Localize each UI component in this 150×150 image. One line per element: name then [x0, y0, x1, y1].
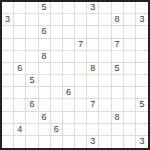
grid-cell[interactable] [2, 63, 14, 75]
grid-cell[interactable] [112, 51, 124, 63]
grid-cell[interactable] [39, 124, 51, 136]
grid-cell[interactable] [14, 75, 26, 87]
grid-cell[interactable] [26, 14, 38, 26]
grid-cell[interactable] [124, 87, 136, 99]
grid-cell[interactable] [26, 112, 38, 124]
grid-cell[interactable] [136, 63, 148, 75]
grid-cell[interactable] [99, 39, 111, 51]
grid-cell[interactable] [14, 112, 26, 124]
grid-cell[interactable] [51, 63, 63, 75]
grid-cell[interactable] [124, 112, 136, 124]
clue-cell[interactable]: 5 [112, 63, 124, 75]
clue-cell[interactable]: 5 [136, 99, 148, 111]
grid-cell[interactable] [2, 75, 14, 87]
grid-cell[interactable] [99, 99, 111, 111]
grid-cell[interactable] [87, 112, 99, 124]
clue-cell[interactable]: 6 [26, 99, 38, 111]
grid-cell[interactable] [99, 87, 111, 99]
grid-cell[interactable] [51, 51, 63, 63]
grid-cell[interactable] [124, 136, 136, 148]
grid-cell[interactable] [112, 87, 124, 99]
clue-cell[interactable]: 6 [63, 87, 75, 99]
grid-cell[interactable] [124, 14, 136, 26]
grid-cell[interactable] [14, 51, 26, 63]
grid-cell[interactable] [63, 39, 75, 51]
grid-cell[interactable] [112, 26, 124, 38]
grid-cell[interactable] [14, 39, 26, 51]
grid-cell[interactable] [2, 51, 14, 63]
grid-cell[interactable] [124, 99, 136, 111]
grid-cell[interactable] [75, 2, 87, 14]
grid-cell[interactable] [2, 136, 14, 148]
clue-cell[interactable]: 5 [39, 2, 51, 14]
clue-cell[interactable]: 7 [87, 99, 99, 111]
grid-cell[interactable] [14, 2, 26, 14]
clue-cell[interactable]: 8 [112, 14, 124, 26]
grid-cell[interactable] [99, 14, 111, 26]
grid-cell[interactable] [51, 14, 63, 26]
grid-cell[interactable] [124, 26, 136, 38]
clue-cell[interactable]: 4 [14, 124, 26, 136]
grid-cell[interactable] [63, 2, 75, 14]
grid-cell[interactable] [51, 136, 63, 148]
grid-cell[interactable] [136, 2, 148, 14]
grid-cell[interactable] [39, 39, 51, 51]
grid-cell[interactable] [14, 14, 26, 26]
grid-cell[interactable] [39, 99, 51, 111]
grid-cell[interactable] [2, 87, 14, 99]
grid-cell[interactable] [87, 124, 99, 136]
clue-cell[interactable]: 5 [26, 75, 38, 87]
grid-cell[interactable] [51, 39, 63, 51]
grid-cell[interactable] [39, 136, 51, 148]
grid-cell[interactable] [26, 124, 38, 136]
grid-cell[interactable] [124, 124, 136, 136]
grid-cell[interactable] [63, 14, 75, 26]
grid-cell[interactable] [136, 26, 148, 38]
clue-cell[interactable]: 6 [14, 63, 26, 75]
grid-cell[interactable] [112, 136, 124, 148]
grid-cell[interactable] [124, 51, 136, 63]
clue-cell[interactable]: 8 [112, 112, 124, 124]
grid-cell[interactable] [63, 112, 75, 124]
grid-cell[interactable] [39, 87, 51, 99]
grid-cell[interactable] [63, 136, 75, 148]
grid-cell[interactable] [39, 63, 51, 75]
grid-cell[interactable] [99, 26, 111, 38]
grid-cell[interactable] [51, 99, 63, 111]
grid-cell[interactable] [99, 51, 111, 63]
grid-cell[interactable] [14, 99, 26, 111]
grid-cell[interactable] [112, 124, 124, 136]
grid-cell[interactable] [51, 87, 63, 99]
grid-cell[interactable] [99, 75, 111, 87]
grid-cell[interactable] [63, 51, 75, 63]
grid-cell[interactable] [124, 75, 136, 87]
puzzle-board: 53383677868556675684633 [0, 0, 150, 150]
grid-cell[interactable] [26, 63, 38, 75]
grid-cell[interactable] [26, 26, 38, 38]
grid-cell[interactable] [87, 75, 99, 87]
grid-cell[interactable] [51, 112, 63, 124]
grid-cell[interactable] [87, 39, 99, 51]
grid-cell[interactable] [14, 87, 26, 99]
grid-cell[interactable] [26, 87, 38, 99]
grid-cell[interactable] [112, 75, 124, 87]
grid-cell[interactable] [2, 39, 14, 51]
grid-cell[interactable] [26, 2, 38, 14]
grid-cell[interactable] [99, 124, 111, 136]
grid-cell[interactable] [99, 112, 111, 124]
grid-cell[interactable] [63, 63, 75, 75]
grid-cell[interactable] [51, 2, 63, 14]
clue-cell[interactable]: 3 [136, 14, 148, 26]
grid-cell[interactable] [2, 2, 14, 14]
grid-cell[interactable] [14, 136, 26, 148]
grid-cell[interactable] [112, 2, 124, 14]
grid-cell[interactable] [136, 124, 148, 136]
clue-cell[interactable]: 6 [39, 112, 51, 124]
grid-cell[interactable] [87, 14, 99, 26]
grid-cell[interactable] [112, 99, 124, 111]
clue-cell[interactable]: 3 [2, 14, 14, 26]
grid-cell[interactable] [124, 63, 136, 75]
grid-cell[interactable] [75, 87, 87, 99]
grid-cell[interactable] [63, 124, 75, 136]
grid-cell[interactable] [63, 75, 75, 87]
grid-cell[interactable] [26, 51, 38, 63]
grid-cell[interactable] [87, 51, 99, 63]
grid-cell[interactable] [75, 26, 87, 38]
clue-cell[interactable]: 3 [136, 136, 148, 148]
clue-cell[interactable]: 3 [87, 136, 99, 148]
grid-cell[interactable] [136, 112, 148, 124]
grid-cell[interactable] [99, 136, 111, 148]
clue-cell[interactable]: 8 [87, 63, 99, 75]
grid-cell[interactable] [63, 99, 75, 111]
clue-cell[interactable]: 6 [39, 26, 51, 38]
grid-cell[interactable] [136, 39, 148, 51]
grid-cell[interactable] [75, 136, 87, 148]
grid-cell[interactable] [99, 2, 111, 14]
grid-cell[interactable] [51, 26, 63, 38]
grid-cell[interactable] [63, 26, 75, 38]
grid-cell[interactable] [99, 63, 111, 75]
grid-cell[interactable] [2, 112, 14, 124]
grid-cell[interactable] [87, 26, 99, 38]
grid-cell[interactable] [136, 51, 148, 63]
grid-cell[interactable] [75, 99, 87, 111]
clue-cell[interactable]: 7 [75, 39, 87, 51]
grid-cell[interactable] [136, 87, 148, 99]
clue-cell[interactable]: 3 [87, 2, 99, 14]
grid-cell[interactable] [124, 2, 136, 14]
grid-cell[interactable] [2, 99, 14, 111]
clue-cell[interactable]: 8 [39, 51, 51, 63]
grid-cell[interactable] [75, 14, 87, 26]
grid-cell[interactable] [14, 26, 26, 38]
grid-cell[interactable] [39, 14, 51, 26]
grid-cell[interactable] [124, 39, 136, 51]
grid-cell[interactable] [87, 87, 99, 99]
grid-cell[interactable] [39, 75, 51, 87]
grid-cell[interactable] [2, 124, 14, 136]
grid-cell[interactable] [2, 26, 14, 38]
grid-cell[interactable] [75, 75, 87, 87]
grid-cell[interactable] [26, 39, 38, 51]
grid-cell[interactable] [26, 136, 38, 148]
grid-cell[interactable] [75, 51, 87, 63]
clue-cell[interactable]: 6 [51, 124, 63, 136]
grid-cell[interactable] [136, 75, 148, 87]
grid-cell[interactable] [51, 75, 63, 87]
grid-cell[interactable] [75, 112, 87, 124]
clue-cell[interactable]: 7 [112, 39, 124, 51]
grid-cell[interactable] [75, 124, 87, 136]
grid-cell[interactable] [75, 63, 87, 75]
